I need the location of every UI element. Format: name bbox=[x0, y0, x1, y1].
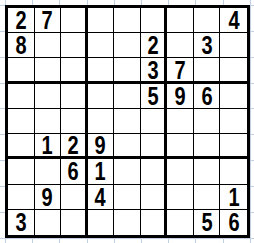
given-digit: 1 bbox=[42, 134, 53, 158]
cell-r8c4[interactable]: 4 bbox=[88, 185, 115, 210]
cell-r4c7[interactable]: 9 bbox=[167, 84, 194, 109]
cell-r2c3[interactable] bbox=[61, 33, 88, 58]
cell-r3c8[interactable] bbox=[194, 58, 221, 83]
cell-r1c8[interactable] bbox=[194, 8, 221, 33]
cell-r8c9[interactable]: 1 bbox=[220, 185, 247, 210]
given-digit: 3 bbox=[15, 210, 26, 235]
sudoku-board: 2748233759612961941356 bbox=[5, 5, 250, 238]
cell-r1c3[interactable] bbox=[61, 8, 88, 33]
cell-r4c3[interactable] bbox=[61, 84, 88, 109]
cell-r3c4[interactable] bbox=[88, 58, 115, 83]
sudoku-screen: 2748233759612961941356 bbox=[0, 0, 254, 243]
cell-r7c2[interactable] bbox=[35, 159, 62, 184]
given-digit: 3 bbox=[201, 33, 212, 58]
given-digit: 6 bbox=[228, 210, 239, 235]
cell-r9c9[interactable]: 6 bbox=[220, 210, 247, 235]
given-digit: 5 bbox=[201, 210, 212, 235]
cell-r6c1[interactable] bbox=[8, 134, 35, 159]
given-digit: 1 bbox=[95, 159, 106, 184]
cell-r4c8[interactable]: 6 bbox=[194, 84, 221, 109]
cell-r8c5[interactable] bbox=[114, 185, 141, 210]
cell-r1c6[interactable] bbox=[141, 8, 168, 33]
cell-r9c4[interactable] bbox=[88, 210, 115, 235]
cell-r8c8[interactable] bbox=[194, 185, 221, 210]
given-digit: 2 bbox=[147, 33, 158, 58]
cell-r7c1[interactable] bbox=[8, 159, 35, 184]
cell-r6c3[interactable]: 2 bbox=[61, 134, 88, 159]
given-digit: 6 bbox=[201, 84, 212, 109]
given-digit: 9 bbox=[42, 185, 53, 210]
cell-r2c7[interactable] bbox=[167, 33, 194, 58]
cell-r5c3[interactable] bbox=[61, 109, 88, 134]
cell-r1c5[interactable] bbox=[114, 8, 141, 33]
cell-r5c5[interactable] bbox=[114, 109, 141, 134]
cell-r8c1[interactable] bbox=[8, 185, 35, 210]
cell-r9c8[interactable]: 5 bbox=[194, 210, 221, 235]
cell-r9c6[interactable] bbox=[141, 210, 168, 235]
cell-r7c4[interactable]: 1 bbox=[88, 159, 115, 184]
cell-r6c6[interactable] bbox=[141, 134, 168, 159]
cell-r5c7[interactable] bbox=[167, 109, 194, 134]
cell-r4c6[interactable]: 5 bbox=[141, 84, 168, 109]
given-digit: 9 bbox=[175, 84, 186, 109]
cell-r9c5[interactable] bbox=[114, 210, 141, 235]
cell-r9c3[interactable] bbox=[61, 210, 88, 235]
cell-r1c7[interactable] bbox=[167, 8, 194, 33]
cell-r8c3[interactable] bbox=[61, 185, 88, 210]
given-digit: 1 bbox=[228, 185, 239, 210]
cell-r2c9[interactable] bbox=[220, 33, 247, 58]
cell-r3c5[interactable] bbox=[114, 58, 141, 83]
cell-r7c3[interactable]: 6 bbox=[61, 159, 88, 184]
cell-r6c4[interactable]: 9 bbox=[88, 134, 115, 159]
cell-r5c2[interactable] bbox=[35, 109, 62, 134]
cell-r8c6[interactable] bbox=[141, 185, 168, 210]
cell-r1c1[interactable]: 2 bbox=[8, 8, 35, 33]
cell-r5c9[interactable] bbox=[220, 109, 247, 134]
cell-r6c2[interactable]: 1 bbox=[35, 134, 62, 159]
cell-r3c9[interactable] bbox=[220, 58, 247, 83]
cell-r2c8[interactable]: 3 bbox=[194, 33, 221, 58]
given-digit: 4 bbox=[228, 8, 239, 33]
cell-r8c7[interactable] bbox=[167, 185, 194, 210]
given-digit: 5 bbox=[147, 84, 158, 109]
cell-r3c2[interactable] bbox=[35, 58, 62, 83]
cell-r3c7[interactable]: 7 bbox=[167, 58, 194, 83]
cell-r9c2[interactable] bbox=[35, 210, 62, 235]
given-digit: 7 bbox=[42, 8, 53, 33]
cell-r2c2[interactable] bbox=[35, 33, 62, 58]
cell-r6c9[interactable] bbox=[220, 134, 247, 159]
cell-r6c8[interactable] bbox=[194, 134, 221, 159]
cell-r7c6[interactable] bbox=[141, 159, 168, 184]
cell-r7c7[interactable] bbox=[167, 159, 194, 184]
cell-r5c4[interactable] bbox=[88, 109, 115, 134]
cell-r3c6[interactable]: 3 bbox=[141, 58, 168, 83]
cell-r6c7[interactable] bbox=[167, 134, 194, 159]
cell-r4c4[interactable] bbox=[88, 84, 115, 109]
cell-r8c2[interactable]: 9 bbox=[35, 185, 62, 210]
given-digit: 9 bbox=[95, 134, 106, 158]
cell-r3c1[interactable] bbox=[8, 58, 35, 83]
cell-r7c9[interactable] bbox=[220, 159, 247, 184]
cell-r3c3[interactable] bbox=[61, 58, 88, 83]
cell-r7c8[interactable] bbox=[194, 159, 221, 184]
given-digit: 2 bbox=[15, 8, 26, 33]
cell-r4c2[interactable] bbox=[35, 84, 62, 109]
cell-r5c6[interactable] bbox=[141, 109, 168, 134]
cell-r4c1[interactable] bbox=[8, 84, 35, 109]
given-digit: 2 bbox=[67, 134, 78, 158]
cell-r2c6[interactable]: 2 bbox=[141, 33, 168, 58]
given-digit: 3 bbox=[147, 58, 158, 82]
cell-r5c8[interactable] bbox=[194, 109, 221, 134]
cell-r1c4[interactable] bbox=[88, 8, 115, 33]
given-digit: 4 bbox=[95, 185, 106, 210]
cell-r2c1[interactable]: 8 bbox=[8, 33, 35, 58]
given-digit: 8 bbox=[15, 33, 26, 58]
given-digit: 7 bbox=[175, 58, 186, 82]
cell-r5c1[interactable] bbox=[8, 109, 35, 134]
cell-r9c1[interactable]: 3 bbox=[8, 210, 35, 235]
cell-r2c5[interactable] bbox=[114, 33, 141, 58]
cell-r9c7[interactable] bbox=[167, 210, 194, 235]
cell-r4c9[interactable] bbox=[220, 84, 247, 109]
cell-r1c2[interactable]: 7 bbox=[35, 8, 62, 33]
cell-r7c5[interactable] bbox=[114, 159, 141, 184]
cell-r2c4[interactable] bbox=[88, 33, 115, 58]
cell-r1c9[interactable]: 4 bbox=[220, 8, 247, 33]
given-digit: 6 bbox=[67, 159, 78, 184]
cell-r6c5[interactable] bbox=[114, 134, 141, 159]
cell-r4c5[interactable] bbox=[114, 84, 141, 109]
